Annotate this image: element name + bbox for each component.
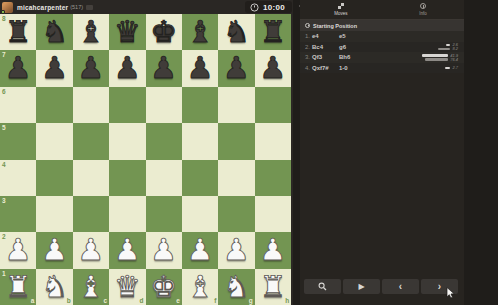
white-time-bar — [445, 67, 450, 70]
board-area: micahcarpenter (517) 10:00 8♜♞♝♛♚♝♞♜7♟♟♟… — [0, 0, 293, 305]
square-g5[interactable] — [218, 123, 254, 159]
piece-black-pawn[interactable]: ♟ — [182, 50, 218, 86]
square-f1[interactable]: f♝ — [182, 269, 218, 305]
square-a2[interactable]: 2♟ — [0, 232, 36, 268]
square-g7[interactable]: ♟ — [218, 50, 254, 86]
black-time-label: 8.2 — [452, 47, 458, 50]
white-time-label: 2.7 — [452, 66, 458, 69]
square-d4[interactable] — [109, 160, 145, 196]
square-c6[interactable] — [73, 87, 109, 123]
square-f2[interactable]: ♟ — [182, 232, 218, 268]
piece-white-pawn[interactable]: ♟ — [109, 232, 145, 268]
file-label-a: a — [31, 297, 35, 304]
piece-black-king[interactable]: ♚ — [146, 14, 182, 50]
file-label-c: c — [104, 297, 108, 304]
app-window: micahcarpenter (517) 10:00 8♜♞♝♛♚♝♞♜7♟♟♟… — [0, 0, 498, 305]
clock-time: 10:00 — [263, 3, 285, 12]
square-h4[interactable] — [255, 160, 291, 196]
square-h8[interactable]: ♜ — [255, 14, 291, 50]
play-icon: ▶ — [358, 280, 364, 293]
square-h6[interactable] — [255, 87, 291, 123]
rank-label-5: 5 — [2, 124, 6, 131]
move-white[interactable]: Qf3 — [312, 54, 339, 60]
square-h5[interactable] — [255, 123, 291, 159]
square-e6[interactable] — [146, 87, 182, 123]
avatar[interactable] — [2, 2, 13, 13]
opponent-clock: 10:00 — [245, 1, 292, 13]
piece-white-pawn[interactable]: ♟ — [182, 232, 218, 268]
white-time-bar — [446, 44, 450, 47]
moves-grid-icon — [338, 3, 344, 9]
square-h7[interactable]: ♟ — [255, 50, 291, 86]
square-f3[interactable] — [182, 196, 218, 232]
square-e8[interactable]: ♚ — [146, 14, 182, 50]
move-white[interactable]: e4 — [312, 33, 339, 39]
square-a8[interactable]: 8♜ — [0, 14, 36, 50]
square-a5[interactable]: 5 — [0, 123, 36, 159]
rank-label-7: 7 — [2, 51, 6, 58]
chevron-left-icon: ‹ — [399, 282, 402, 292]
square-g6[interactable] — [218, 87, 254, 123]
file-label-d: d — [140, 297, 144, 304]
square-c4[interactable] — [73, 160, 109, 196]
move-row-2: 2. Bc4 g6 2.6 8.2 — [300, 42, 464, 53]
move-number: 1. — [300, 33, 312, 39]
square-a3[interactable]: 3 — [0, 196, 36, 232]
move-time-bars: 2.6 8.2 — [438, 43, 464, 50]
magnifier-icon — [318, 282, 327, 291]
piece-black-pawn[interactable]: ♟ — [109, 50, 145, 86]
square-g8[interactable]: ♞ — [218, 14, 254, 50]
square-c3[interactable] — [73, 196, 109, 232]
square-h1[interactable]: h♜ — [255, 269, 291, 305]
rank-label-3: 3 — [2, 197, 6, 204]
game-result: 1-0 — [339, 65, 365, 71]
piece-white-pawn[interactable]: ♟ — [218, 232, 254, 268]
square-b4[interactable] — [36, 160, 72, 196]
analysis-button[interactable] — [304, 279, 341, 294]
move-white[interactable]: Qxf7# — [312, 65, 339, 71]
move-row-3: 3. Qf3 Bh6 41.9 76.4 — [300, 52, 464, 63]
square-b3[interactable] — [36, 196, 72, 232]
rank-label-2: 2 — [2, 233, 6, 240]
piece-black-pawn[interactable]: ♟ — [36, 50, 72, 86]
piece-black-pawn[interactable]: ♟ — [146, 50, 182, 86]
rank-label-8: 8 — [2, 15, 6, 22]
square-e3[interactable] — [146, 196, 182, 232]
square-e7[interactable]: ♟ — [146, 50, 182, 86]
starting-position-label: Starting Position — [313, 23, 357, 29]
square-e4[interactable] — [146, 160, 182, 196]
square-b5[interactable] — [36, 123, 72, 159]
piece-white-pawn[interactable]: ♟ — [73, 232, 109, 268]
player-name[interactable]: micahcarpenter — [17, 4, 68, 11]
square-f8[interactable]: ♝ — [182, 14, 218, 50]
square-c7[interactable]: ♟ — [73, 50, 109, 86]
starting-position-icon — [305, 23, 310, 28]
square-a4[interactable]: 4 — [0, 160, 36, 196]
square-d5[interactable] — [109, 123, 145, 159]
move-row-1: 1. e4 e5 — [300, 31, 464, 42]
move-black[interactable]: Bh6 — [339, 54, 365, 60]
square-b2[interactable]: ♟ — [36, 232, 72, 268]
square-c8[interactable]: ♝ — [73, 14, 109, 50]
move-list: 1. e4 e5 2. Bc4 g6 2.6 8.2 3. Qf3 Bh6 41… — [300, 31, 464, 73]
file-label-b: b — [67, 297, 71, 304]
square-a7[interactable]: 7♟ — [0, 50, 36, 86]
tab-moves-label: Moves — [334, 11, 347, 16]
black-time-bar — [425, 58, 448, 61]
piece-white-pawn[interactable]: ♟ — [255, 232, 291, 268]
opponent-bar: micahcarpenter (517) 10:00 — [0, 0, 293, 14]
square-b7[interactable]: ♟ — [36, 50, 72, 86]
move-time-bars: 2.7 — [445, 66, 464, 69]
file-label-h: h — [285, 297, 289, 304]
square-a6[interactable]: 6 — [0, 87, 36, 123]
panel-spacer — [300, 73, 464, 279]
piece-black-rook[interactable]: ♜ — [255, 14, 291, 50]
square-d6[interactable] — [109, 87, 145, 123]
square-e1[interactable]: e♚ — [146, 269, 182, 305]
back-button[interactable]: ‹ — [382, 279, 419, 294]
piece-black-bishop[interactable]: ♝ — [182, 14, 218, 50]
white-time-bar — [422, 54, 448, 57]
rank-label-4: 4 — [2, 161, 6, 168]
piece-white-pawn[interactable]: ♟ — [146, 232, 182, 268]
rank-label-6: 6 — [2, 88, 6, 95]
file-label-f: f — [214, 297, 216, 304]
piece-black-bishop[interactable]: ♝ — [73, 14, 109, 50]
square-a1[interactable]: 1a♜ — [0, 269, 36, 305]
square-b8[interactable]: ♞ — [36, 14, 72, 50]
move-number: 3. — [300, 54, 312, 60]
piece-black-knight[interactable]: ♞ — [218, 14, 254, 50]
player-rating: (517) — [70, 4, 83, 10]
square-b6[interactable] — [36, 87, 72, 123]
move-row-4: 4. Qxf7# 1-0 2.7 — [300, 63, 464, 74]
square-f5[interactable] — [182, 123, 218, 159]
square-d7[interactable]: ♟ — [109, 50, 145, 86]
square-d2[interactable]: ♟ — [109, 232, 145, 268]
piece-white-bishop[interactable]: ♝ — [182, 269, 218, 305]
tab-moves[interactable]: Moves — [300, 0, 382, 19]
square-c2[interactable]: ♟ — [73, 232, 109, 268]
move-time-bars: 41.9 76.4 — [422, 54, 464, 61]
piece-black-knight[interactable]: ♞ — [36, 14, 72, 50]
chess-board[interactable]: 8♜♞♝♛♚♝♞♜7♟♟♟♟♟♟♟♟65432♟♟♟♟♟♟♟♟1a♜b♞c♝d♛… — [0, 14, 291, 305]
square-g1[interactable]: g♞ — [218, 269, 254, 305]
square-d1[interactable]: d♛ — [109, 269, 145, 305]
piece-black-pawn[interactable]: ♟ — [255, 50, 291, 86]
move-number: 2. — [300, 44, 312, 50]
square-f6[interactable] — [182, 87, 218, 123]
move-black[interactable]: e5 — [339, 33, 365, 39]
black-time-bar — [438, 48, 450, 51]
square-h3[interactable] — [255, 196, 291, 232]
file-label-g: g — [249, 297, 253, 304]
move-white[interactable]: Bc4 — [312, 44, 339, 50]
play-button[interactable]: ▶ — [343, 279, 380, 294]
starting-position-row[interactable]: Starting Position — [300, 20, 464, 31]
square-c5[interactable] — [73, 123, 109, 159]
square-b1[interactable]: b♞ — [36, 269, 72, 305]
square-g4[interactable] — [218, 160, 254, 196]
piece-white-pawn[interactable]: ♟ — [36, 232, 72, 268]
moves-panel: Moves Info Starting Position 1. e4 e5 2.… — [300, 0, 464, 305]
move-number: 4. — [300, 65, 312, 71]
flag-icon — [86, 5, 93, 10]
clock-icon — [250, 3, 259, 12]
file-label-e: e — [176, 297, 180, 304]
move-nav-bar: ▶ ‹ › — [304, 279, 458, 294]
piece-black-pawn[interactable]: ♟ — [218, 50, 254, 86]
piece-black-pawn[interactable]: ♟ — [73, 50, 109, 86]
tab-info[interactable]: Info — [382, 0, 464, 19]
online-status-dot — [1, 10, 5, 14]
chevron-right-icon: › — [438, 282, 441, 292]
square-e2[interactable]: ♟ — [146, 232, 182, 268]
square-d8[interactable]: ♛ — [109, 14, 145, 50]
square-g3[interactable] — [218, 196, 254, 232]
rank-label-1: 1 — [2, 270, 6, 277]
square-d3[interactable] — [109, 196, 145, 232]
black-time-label: 76.4 — [450, 58, 458, 61]
square-c1[interactable]: c♝ — [73, 269, 109, 305]
move-black[interactable]: g6 — [339, 44, 365, 50]
mouse-cursor — [446, 287, 455, 299]
square-g2[interactable]: ♟ — [218, 232, 254, 268]
tab-info-label: Info — [419, 11, 427, 16]
square-f4[interactable] — [182, 160, 218, 196]
piece-black-queen[interactable]: ♛ — [109, 14, 145, 50]
info-icon — [420, 3, 426, 9]
panel-tabs: Moves Info — [300, 0, 464, 20]
square-f7[interactable]: ♟ — [182, 50, 218, 86]
square-h2[interactable]: ♟ — [255, 232, 291, 268]
square-e5[interactable] — [146, 123, 182, 159]
